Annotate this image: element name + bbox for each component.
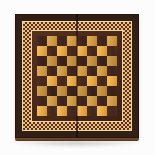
square-e2[interactable] [77,96,87,106]
square-c7[interactable] [57,46,67,56]
square-a1[interactable] [37,106,47,116]
square-c2[interactable] [57,96,67,106]
square-e6[interactable] [77,56,87,66]
square-e5[interactable] [77,66,87,76]
square-b7[interactable] [47,46,57,56]
board-shadow [12,140,142,147]
square-f3[interactable] [87,86,97,96]
square-b8[interactable] [47,36,57,46]
square-e1[interactable] [77,106,87,116]
inner-frame-band [31,30,123,122]
square-d1[interactable] [67,106,77,116]
square-f5[interactable] [87,66,97,76]
square-a6[interactable] [37,56,47,66]
square-b1[interactable] [47,106,57,116]
square-a8[interactable] [37,36,47,46]
square-c4[interactable] [57,76,67,86]
square-g1[interactable] [97,106,107,116]
square-b6[interactable] [47,56,57,66]
square-f7[interactable] [87,46,97,56]
square-c8[interactable] [57,36,67,46]
square-e7[interactable] [77,46,87,56]
square-c5[interactable] [57,66,67,76]
mosaic-inlay-border [22,21,132,131]
square-c6[interactable] [57,56,67,66]
square-h2[interactable] [107,96,117,106]
square-c1[interactable] [57,106,67,116]
square-a5[interactable] [37,66,47,76]
square-h8[interactable] [107,36,117,46]
square-d3[interactable] [67,86,77,96]
square-b3[interactable] [47,86,57,96]
square-a7[interactable] [37,46,47,56]
square-d8[interactable] [67,36,77,46]
square-c3[interactable] [57,86,67,96]
square-d6[interactable] [67,56,77,66]
square-h4[interactable] [107,76,117,86]
square-f8[interactable] [87,36,97,46]
square-g5[interactable] [97,66,107,76]
square-f4[interactable] [87,76,97,86]
square-d7[interactable] [67,46,77,56]
square-e3[interactable] [77,86,87,96]
square-h6[interactable] [107,56,117,66]
square-g6[interactable] [97,56,107,66]
square-b2[interactable] [47,96,57,106]
photo-background [0,0,155,155]
square-e8[interactable] [77,36,87,46]
square-g2[interactable] [97,96,107,106]
square-f1[interactable] [87,106,97,116]
square-g7[interactable] [97,46,107,56]
square-f6[interactable] [87,56,97,66]
square-b5[interactable] [47,66,57,76]
square-a3[interactable] [37,86,47,96]
square-g8[interactable] [97,36,107,46]
square-d5[interactable] [67,66,77,76]
chessboard [15,14,139,138]
square-h3[interactable] [107,86,117,96]
square-g4[interactable] [97,76,107,86]
square-g3[interactable] [97,86,107,96]
square-f2[interactable] [87,96,97,106]
square-h5[interactable] [107,66,117,76]
square-d2[interactable] [67,96,77,106]
square-d4[interactable] [67,76,77,86]
board-grid [37,36,117,116]
square-b4[interactable] [47,76,57,86]
square-a4[interactable] [37,76,47,86]
square-h7[interactable] [107,46,117,56]
square-h1[interactable] [107,106,117,116]
square-a2[interactable] [37,96,47,106]
square-e4[interactable] [77,76,87,86]
